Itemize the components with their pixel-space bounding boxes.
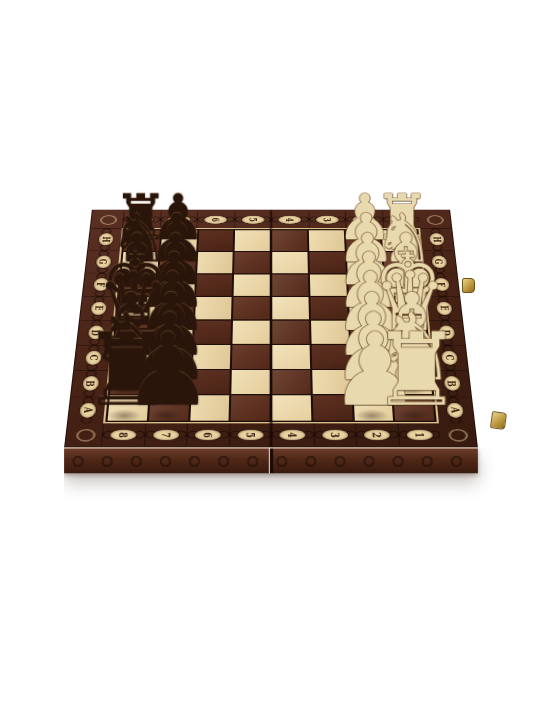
label-text: 5 [244, 432, 256, 437]
label-text: 6 [202, 432, 214, 437]
label-text: 2 [359, 217, 370, 221]
piece-cell-b5 [231, 370, 270, 395]
rank-label-1: 1 [397, 423, 441, 446]
board-front-edge [64, 447, 478, 473]
label-medallion: 3 [322, 429, 348, 440]
corner-ornament [418, 211, 450, 228]
label-text: H [100, 236, 111, 242]
label-medallion: 1 [406, 429, 433, 440]
photo-background: 87654321 87654321 HGFEDCBA HGFEDCBA ♜♟♟♜… [0, 0, 540, 720]
square-h6[interactable] [198, 230, 234, 250]
label-medallion: 4 [279, 215, 302, 223]
rank-label-6: 6 [186, 423, 229, 446]
label-medallion: 2 [364, 429, 390, 440]
square-f5[interactable] [234, 274, 270, 296]
label-medallion: 8 [130, 215, 153, 223]
square-h2[interactable] [345, 230, 381, 250]
rank-label-2: 2 [355, 423, 399, 446]
square-h3[interactable] [309, 230, 345, 250]
corner-ornament [66, 423, 103, 446]
label-medallion: 8 [110, 429, 137, 440]
label-text: 1 [396, 217, 407, 221]
piece-cell-d4 [272, 321, 310, 344]
black-pawn-a7[interactable]: ♟ [122, 320, 212, 421]
rank-label-8: 8 [101, 423, 145, 446]
piece-cell-c5 [232, 345, 270, 369]
piece-cell-a7: ♟ [148, 396, 189, 421]
label-text: 4 [285, 217, 295, 221]
rank-label-4: 4 [271, 423, 314, 446]
rank-label-2: 2 [345, 211, 383, 228]
label-text: 5 [248, 217, 258, 221]
rank-label-5: 5 [228, 423, 271, 446]
label-text: 4 [287, 432, 299, 437]
rank-label-3: 3 [313, 423, 356, 446]
rank-labels-near: 87654321 [101, 423, 441, 446]
label-medallion: 4 [280, 429, 306, 440]
scene: 87654321 87654321 HGFEDCBA HGFEDCBA ♜♟♟♜… [0, 0, 540, 720]
brass-clasp-upper [462, 278, 475, 293]
label-text: 7 [173, 217, 184, 221]
label-medallion: 1 [390, 215, 413, 223]
square-g5[interactable] [234, 252, 270, 273]
rank-label-8: 8 [122, 211, 161, 228]
label-medallion: 6 [204, 215, 227, 223]
label-text: 3 [322, 217, 332, 221]
piece-cell-d5 [232, 321, 270, 344]
rank-label-1: 1 [382, 211, 421, 228]
label-medallion: 5 [242, 215, 265, 223]
chess-board: 87654321 87654321 HGFEDCBA HGFEDCBA ♜♟♟♜… [64, 210, 478, 448]
piece-cell-a4 [272, 396, 311, 421]
brass-clasp-lower [490, 411, 507, 430]
label-medallion: H [429, 233, 445, 245]
corner-ornament [92, 211, 124, 228]
label-medallion: H [98, 233, 114, 245]
square-h4[interactable] [272, 230, 307, 250]
square-e5[interactable] [233, 297, 270, 319]
piece-cell-c4 [272, 345, 310, 369]
square-h5[interactable] [235, 230, 270, 250]
square-h8[interactable] [123, 230, 160, 250]
label-text: 8 [118, 432, 130, 437]
label-medallion: 2 [353, 215, 376, 223]
label-medallion: 7 [167, 215, 190, 223]
piece-cell-a5 [231, 396, 270, 421]
rank-label-4: 4 [271, 211, 308, 228]
label-medallion: 3 [316, 215, 339, 223]
piece-cell-b4 [272, 370, 311, 395]
piece-cell-a1: ♜ [394, 396, 435, 421]
square-f4[interactable] [272, 274, 308, 296]
square-g4[interactable] [272, 252, 308, 273]
label-text: 2 [371, 432, 383, 437]
label-text: 3 [329, 432, 341, 437]
rank-label-6: 6 [196, 211, 234, 228]
rank-label-7: 7 [143, 423, 187, 446]
square-e4[interactable] [272, 297, 309, 319]
square-h1[interactable] [382, 230, 419, 250]
square-h7[interactable] [161, 230, 197, 250]
label-text: 6 [211, 217, 221, 221]
rank-label-3: 3 [308, 211, 346, 228]
label-text: 1 [413, 432, 425, 437]
label-text: 8 [136, 217, 147, 221]
file-label-h: H [420, 228, 453, 250]
label-medallion: 7 [153, 429, 179, 440]
label-text: H [431, 236, 442, 242]
corner-ornament [439, 423, 476, 446]
file-label-h: H [89, 228, 122, 250]
rank-label-5: 5 [234, 211, 271, 228]
white-rook-a1[interactable]: ♜ [371, 320, 461, 421]
label-medallion: 6 [195, 429, 221, 440]
label-medallion: 5 [237, 429, 263, 440]
label-text: 7 [160, 432, 172, 437]
rank-label-7: 7 [159, 211, 197, 228]
